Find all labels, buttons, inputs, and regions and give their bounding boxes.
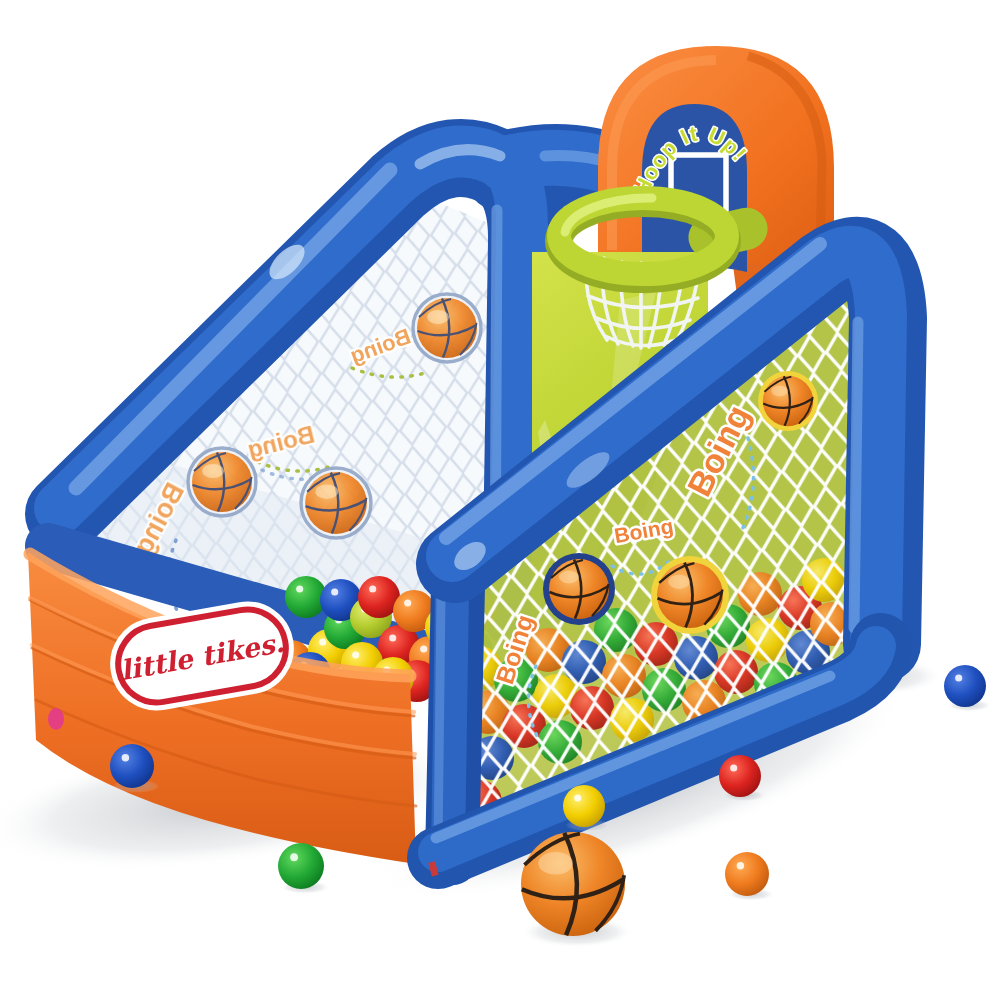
ball-highlight (574, 794, 581, 801)
play-ball-yellow (563, 785, 605, 827)
ball-highlight (737, 862, 744, 869)
play-ball-blue (110, 744, 154, 788)
ball-highlight (331, 588, 338, 595)
ball-highlight (420, 645, 427, 652)
ball-highlight (352, 651, 359, 658)
floor-basketball (521, 832, 625, 936)
ball-highlight (296, 585, 303, 592)
product-photo-stage: Boing Boing Boing Hoop It Up! (0, 0, 1000, 1000)
play-ball-green (278, 843, 324, 889)
play-ball-red (719, 755, 761, 797)
ball-highlight (290, 853, 298, 861)
play-ball-blue (944, 665, 986, 707)
ball-highlight (404, 599, 411, 606)
ball-pit-product-illustration: Boing Boing Boing Hoop It Up! (0, 0, 1000, 1000)
ball-highlight (730, 764, 737, 771)
play-ball-orange (725, 852, 769, 896)
valve (48, 708, 64, 730)
ball-highlight (389, 634, 396, 641)
ball-highlight (955, 674, 962, 681)
ball-highlight (319, 638, 326, 645)
ball-highlight (122, 754, 129, 761)
ball-highlight (369, 585, 376, 592)
